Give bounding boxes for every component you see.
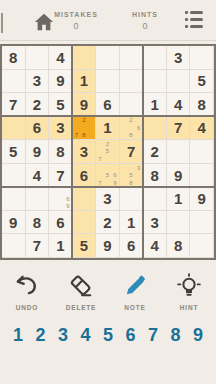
cell-r5c3[interactable]: 8 xyxy=(49,140,73,164)
cell-r2c3[interactable]: 9 xyxy=(49,70,73,94)
cell-r6c1[interactable] xyxy=(2,164,26,188)
cell-digit: 4 xyxy=(33,168,41,183)
cell-digit: 3 xyxy=(103,191,111,206)
note-label: NOTE xyxy=(124,304,145,311)
cell-r4c1[interactable] xyxy=(2,117,26,141)
cell-r7c4[interactable] xyxy=(73,187,97,211)
header: MISTAKES 0 HINTS 0 xyxy=(0,0,216,41)
cell-digit: 5 xyxy=(56,97,64,112)
cell-r2c7[interactable] xyxy=(143,70,167,94)
cell-digit: 6 xyxy=(127,238,135,253)
cell-r1c2[interactable] xyxy=(26,46,50,70)
cell-r1c6[interactable] xyxy=(120,46,144,70)
numpad-2[interactable]: 2 xyxy=(31,326,51,344)
numpad-4[interactable]: 4 xyxy=(76,326,96,344)
cell-r4c7[interactable] xyxy=(143,117,167,141)
numpad-1[interactable]: 1 xyxy=(8,326,28,344)
edge-divider xyxy=(1,13,3,33)
cell-r7c1[interactable] xyxy=(2,187,26,211)
cell-r5c1[interactable]: 5 xyxy=(2,140,26,164)
hint-button[interactable]: HINT xyxy=(162,273,216,311)
cell-r9c4[interactable]: 5 xyxy=(73,234,97,258)
cell-digit: 8 xyxy=(9,50,17,65)
mistakes-value: 0 xyxy=(54,21,98,31)
cell-r4c5[interactable]: 1 xyxy=(96,117,120,141)
delete-button[interactable]: DELETE xyxy=(54,273,108,311)
cell-digit: 2 xyxy=(150,144,158,159)
cell-digit: 6 xyxy=(103,97,111,112)
cell-r4c6[interactable]: 268 xyxy=(120,117,144,141)
cell-r7c8[interactable]: 1 xyxy=(167,187,191,211)
undo-label: UNDO xyxy=(16,304,38,311)
pencil-notes: 257 xyxy=(96,140,119,163)
cell-digit: 8 xyxy=(198,97,206,112)
cell-digit: 8 xyxy=(56,144,64,159)
cell-r9c1[interactable] xyxy=(2,234,26,258)
mistakes-label: MISTAKES xyxy=(54,11,98,18)
cell-r5c7[interactable]: 2 xyxy=(143,140,167,164)
cell-r7c6[interactable] xyxy=(120,187,144,211)
hint-label: HINT xyxy=(180,304,198,311)
cell-digit: 7 xyxy=(9,97,17,112)
cell-r9c8[interactable]: 8 xyxy=(167,234,191,258)
cell-r9c7[interactable]: 4 xyxy=(143,234,167,258)
sudoku-board: 8433915725961486327812687459832577247656… xyxy=(0,44,216,260)
cell-r5c8[interactable] xyxy=(167,140,191,164)
undo-button[interactable]: UNDO xyxy=(0,273,54,311)
cell-digit: 8 xyxy=(174,238,182,253)
cell-r7c3[interactable]: 69 xyxy=(49,187,73,211)
pencil-notes: 358 xyxy=(120,164,143,187)
cell-digit: 9 xyxy=(56,73,64,88)
cell-r2c1[interactable] xyxy=(2,70,26,94)
cell-r1c7[interactable] xyxy=(143,46,167,70)
cell-r5c9[interactable] xyxy=(190,140,214,164)
cell-r5c4[interactable]: 3 xyxy=(73,140,97,164)
cell-r3c3[interactable]: 5 xyxy=(49,93,73,117)
cell-digit: 6 xyxy=(33,120,41,135)
cell-r6c8[interactable]: 9 xyxy=(167,164,191,188)
cell-digit: 7 xyxy=(127,144,135,159)
cell-r9c5[interactable]: 9 xyxy=(96,234,120,258)
cell-r9c6[interactable]: 6 xyxy=(120,234,144,258)
cell-r4c8[interactable]: 7 xyxy=(167,117,191,141)
cell-r8c1[interactable]: 9 xyxy=(2,211,26,235)
cell-r3c4[interactable]: 9 xyxy=(73,93,97,117)
cell-r3c9[interactable]: 8 xyxy=(190,93,214,117)
cell-r2c6[interactable] xyxy=(120,70,144,94)
cell-r8c2[interactable]: 8 xyxy=(26,211,50,235)
hints-label: HINTS xyxy=(132,11,158,18)
cell-r1c8[interactable]: 3 xyxy=(167,46,191,70)
numpad-3[interactable]: 3 xyxy=(53,326,73,344)
cell-digit: 5 xyxy=(198,73,206,88)
pencil-notes: 278 xyxy=(73,117,96,140)
cell-digit: 7 xyxy=(33,238,41,253)
cell-digit: 7 xyxy=(174,120,182,135)
lightbulb-icon xyxy=(176,273,202,299)
cell-digit: 4 xyxy=(198,120,206,135)
cell-r8c5[interactable]: 2 xyxy=(96,211,120,235)
hints-value: 0 xyxy=(132,21,158,31)
cell-digit: 9 xyxy=(174,168,182,183)
cell-r9c2[interactable]: 7 xyxy=(26,234,50,258)
cell-digit: 3 xyxy=(80,144,88,159)
cell-r6c5[interactable]: 5679 xyxy=(96,164,120,188)
cell-digit: 5 xyxy=(9,144,17,159)
cell-r5c2[interactable]: 9 xyxy=(26,140,50,164)
cell-r8c8[interactable] xyxy=(167,211,191,235)
cell-digit: 1 xyxy=(80,73,88,88)
cell-digit: 1 xyxy=(103,120,111,135)
cell-r2c2[interactable]: 3 xyxy=(26,70,50,94)
cell-r7c9[interactable]: 9 xyxy=(190,187,214,211)
cell-digit: 1 xyxy=(56,238,64,253)
cell-r5c6[interactable]: 7 xyxy=(120,140,144,164)
cell-digit: 1 xyxy=(174,191,182,206)
list-icon xyxy=(185,11,203,14)
cell-r6c4[interactable]: 6 xyxy=(73,164,97,188)
cell-r8c3[interactable]: 6 xyxy=(49,211,73,235)
numpad-9[interactable]: 9 xyxy=(188,326,208,344)
cell-digit: 2 xyxy=(33,97,41,112)
cell-r2c4[interactable]: 1 xyxy=(73,70,97,94)
cell-r8c4[interactable] xyxy=(73,211,97,235)
cell-r3c2[interactable]: 2 xyxy=(26,93,50,117)
cell-digit: 9 xyxy=(80,97,88,112)
cell-r3c1[interactable]: 7 xyxy=(2,93,26,117)
home-icon xyxy=(33,11,55,33)
cell-digit: 8 xyxy=(33,215,41,230)
undo-icon xyxy=(14,273,40,299)
cell-r3c5[interactable]: 6 xyxy=(96,93,120,117)
numpad-6[interactable]: 6 xyxy=(121,326,141,344)
cell-r1c4[interactable] xyxy=(73,46,97,70)
pencil-notes: 5679 xyxy=(96,164,119,187)
toolbar: UNDO DELETE NOTE xyxy=(0,273,216,311)
cell-r5c5[interactable]: 257 xyxy=(96,140,120,164)
cell-digit: 3 xyxy=(174,50,182,65)
sudoku-app: MISTAKES 0 HINTS 0 843391572596148632781… xyxy=(0,0,216,384)
cell-r1c1[interactable]: 8 xyxy=(2,46,26,70)
cell-r4c4[interactable]: 278 xyxy=(73,117,97,141)
cell-r3c8[interactable]: 4 xyxy=(167,93,191,117)
home-button[interactable] xyxy=(33,11,55,33)
cell-digit: 4 xyxy=(150,238,158,253)
cell-r9c3[interactable]: 1 xyxy=(49,234,73,258)
cell-r6c3[interactable]: 7 xyxy=(49,164,73,188)
cell-r4c3[interactable]: 3 xyxy=(49,117,73,141)
cell-r6c9[interactable] xyxy=(190,164,214,188)
numpad-8[interactable]: 8 xyxy=(166,326,186,344)
pencil-notes: 268 xyxy=(120,117,143,140)
mistakes-counter: MISTAKES 0 xyxy=(54,11,98,31)
cell-r3c7[interactable]: 1 xyxy=(143,93,167,117)
cell-r8c7[interactable]: 3 xyxy=(143,211,167,235)
hints-counter: HINTS 0 xyxy=(132,11,158,31)
cell-digit: 7 xyxy=(56,168,64,183)
numpad-7[interactable]: 7 xyxy=(143,326,163,344)
cell-digit: 8 xyxy=(150,168,158,183)
number-pad: 1 2 3 4 5 6 7 8 9 xyxy=(0,326,216,344)
cell-digit: 6 xyxy=(80,168,88,183)
cell-digit: 3 xyxy=(56,120,64,135)
cell-r2c5[interactable] xyxy=(96,70,120,94)
cell-r7c5[interactable]: 3 xyxy=(96,187,120,211)
cell-r9c9[interactable] xyxy=(190,234,214,258)
cell-digit: 3 xyxy=(33,73,41,88)
cell-r1c5[interactable] xyxy=(96,46,120,70)
cell-digit: 3 xyxy=(150,215,158,230)
cell-digit: 1 xyxy=(127,215,135,230)
cell-digit: 2 xyxy=(103,215,111,230)
numpad-5[interactable]: 5 xyxy=(98,326,118,344)
cell-r7c7[interactable] xyxy=(143,187,167,211)
cell-digit: 5 xyxy=(80,238,88,253)
cell-r6c7[interactable]: 8 xyxy=(143,164,167,188)
cell-r2c8[interactable] xyxy=(167,70,191,94)
cell-digit: 4 xyxy=(174,97,182,112)
cell-digit: 9 xyxy=(103,238,111,253)
cell-r4c9[interactable]: 4 xyxy=(190,117,214,141)
cell-digit: 1 xyxy=(150,97,158,112)
cell-r7c2[interactable] xyxy=(26,187,50,211)
cell-r6c6[interactable]: 358 xyxy=(120,164,144,188)
note-button[interactable]: NOTE xyxy=(108,273,162,311)
pencil-icon xyxy=(122,273,148,299)
cell-digit: 9 xyxy=(9,215,17,230)
menu-button[interactable] xyxy=(185,11,203,28)
cell-digit: 4 xyxy=(56,50,64,65)
eraser-icon xyxy=(68,273,94,299)
cell-r1c9[interactable] xyxy=(190,46,214,70)
cell-r6c2[interactable]: 4 xyxy=(26,164,50,188)
cell-digit: 6 xyxy=(56,215,64,230)
cell-r8c6[interactable]: 1 xyxy=(120,211,144,235)
cell-digit: 9 xyxy=(198,191,206,206)
cell-r1c3[interactable]: 4 xyxy=(49,46,73,70)
cell-r2c9[interactable]: 5 xyxy=(190,70,214,94)
delete-label: DELETE xyxy=(66,304,96,311)
cell-r8c9[interactable] xyxy=(190,211,214,235)
cell-digit: 9 xyxy=(33,144,41,159)
cell-r3c6[interactable] xyxy=(120,93,144,117)
cell-r4c2[interactable]: 6 xyxy=(26,117,50,141)
pencil-notes: 69 xyxy=(49,187,72,210)
